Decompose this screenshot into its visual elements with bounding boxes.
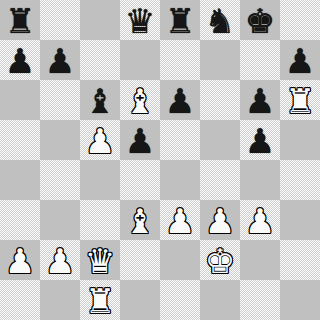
piece-white-bishop[interactable]: ♝ bbox=[120, 200, 160, 240]
square-e1[interactable] bbox=[160, 280, 200, 320]
piece-white-bishop[interactable]: ♝ bbox=[120, 80, 160, 120]
square-c8[interactable] bbox=[80, 0, 120, 40]
square-e5[interactable] bbox=[160, 120, 200, 160]
square-g6[interactable]: ♟ bbox=[240, 80, 280, 120]
square-h4[interactable] bbox=[280, 160, 320, 200]
piece-white-king[interactable]: ♚ bbox=[200, 240, 240, 280]
piece-black-pawn[interactable]: ♟ bbox=[40, 40, 80, 80]
square-f4[interactable] bbox=[200, 160, 240, 200]
square-b7[interactable]: ♟ bbox=[40, 40, 80, 80]
piece-white-pawn[interactable]: ♟ bbox=[200, 200, 240, 240]
square-d7[interactable] bbox=[120, 40, 160, 80]
square-a4[interactable] bbox=[0, 160, 40, 200]
square-e2[interactable] bbox=[160, 240, 200, 280]
square-c5[interactable]: ♟ bbox=[80, 120, 120, 160]
square-b8[interactable] bbox=[40, 0, 80, 40]
square-e4[interactable] bbox=[160, 160, 200, 200]
square-f6[interactable] bbox=[200, 80, 240, 120]
piece-black-pawn[interactable]: ♟ bbox=[240, 80, 280, 120]
square-g8[interactable]: ♚ bbox=[240, 0, 280, 40]
square-f8[interactable]: ♞ bbox=[200, 0, 240, 40]
square-b5[interactable] bbox=[40, 120, 80, 160]
square-f5[interactable] bbox=[200, 120, 240, 160]
square-a2[interactable]: ♟ bbox=[0, 240, 40, 280]
square-a1[interactable] bbox=[0, 280, 40, 320]
square-b6[interactable] bbox=[40, 80, 80, 120]
square-f1[interactable] bbox=[200, 280, 240, 320]
piece-black-pawn[interactable]: ♟ bbox=[120, 120, 160, 160]
piece-black-pawn[interactable]: ♟ bbox=[160, 80, 200, 120]
square-a3[interactable] bbox=[0, 200, 40, 240]
square-e3[interactable]: ♟ bbox=[160, 200, 200, 240]
square-f3[interactable]: ♟ bbox=[200, 200, 240, 240]
square-c6[interactable]: ♝ bbox=[80, 80, 120, 120]
square-c1[interactable]: ♜ bbox=[80, 280, 120, 320]
piece-white-pawn[interactable]: ♟ bbox=[80, 120, 120, 160]
piece-white-queen[interactable]: ♛ bbox=[80, 240, 120, 280]
square-h7[interactable]: ♟ bbox=[280, 40, 320, 80]
piece-black-rook[interactable]: ♜ bbox=[160, 0, 200, 40]
square-b3[interactable] bbox=[40, 200, 80, 240]
square-d3[interactable]: ♝ bbox=[120, 200, 160, 240]
chess-board: ♜♛♜♞♚♟♟♟♝♝♟♟♜♟♟♟♝♟♟♟♟♟♛♚♜ bbox=[0, 0, 320, 320]
square-e6[interactable]: ♟ bbox=[160, 80, 200, 120]
square-b4[interactable] bbox=[40, 160, 80, 200]
square-a6[interactable] bbox=[0, 80, 40, 120]
piece-white-pawn[interactable]: ♟ bbox=[0, 240, 40, 280]
piece-white-pawn[interactable]: ♟ bbox=[240, 200, 280, 240]
square-g4[interactable] bbox=[240, 160, 280, 200]
square-g7[interactable] bbox=[240, 40, 280, 80]
piece-black-pawn[interactable]: ♟ bbox=[280, 40, 320, 80]
square-a7[interactable]: ♟ bbox=[0, 40, 40, 80]
square-g1[interactable] bbox=[240, 280, 280, 320]
piece-white-pawn[interactable]: ♟ bbox=[160, 200, 200, 240]
square-f7[interactable] bbox=[200, 40, 240, 80]
piece-white-rook[interactable]: ♜ bbox=[280, 80, 320, 120]
square-d1[interactable] bbox=[120, 280, 160, 320]
square-d4[interactable] bbox=[120, 160, 160, 200]
square-g5[interactable]: ♟ bbox=[240, 120, 280, 160]
square-d6[interactable]: ♝ bbox=[120, 80, 160, 120]
square-a5[interactable] bbox=[0, 120, 40, 160]
piece-black-king[interactable]: ♚ bbox=[240, 0, 280, 40]
square-h1[interactable] bbox=[280, 280, 320, 320]
square-h3[interactable] bbox=[280, 200, 320, 240]
square-e8[interactable]: ♜ bbox=[160, 0, 200, 40]
square-e7[interactable] bbox=[160, 40, 200, 80]
square-c7[interactable] bbox=[80, 40, 120, 80]
piece-black-bishop[interactable]: ♝ bbox=[80, 80, 120, 120]
square-c3[interactable] bbox=[80, 200, 120, 240]
square-c4[interactable] bbox=[80, 160, 120, 200]
square-d2[interactable] bbox=[120, 240, 160, 280]
square-c2[interactable]: ♛ bbox=[80, 240, 120, 280]
piece-black-rook[interactable]: ♜ bbox=[0, 0, 40, 40]
square-h2[interactable] bbox=[280, 240, 320, 280]
square-h6[interactable]: ♜ bbox=[280, 80, 320, 120]
square-h8[interactable] bbox=[280, 0, 320, 40]
square-b1[interactable] bbox=[40, 280, 80, 320]
piece-black-pawn[interactable]: ♟ bbox=[240, 120, 280, 160]
piece-white-pawn[interactable]: ♟ bbox=[40, 240, 80, 280]
piece-black-pawn[interactable]: ♟ bbox=[0, 40, 40, 80]
square-h5[interactable] bbox=[280, 120, 320, 160]
square-d8[interactable]: ♛ bbox=[120, 0, 160, 40]
piece-black-knight[interactable]: ♞ bbox=[200, 0, 240, 40]
square-g3[interactable]: ♟ bbox=[240, 200, 280, 240]
piece-black-queen[interactable]: ♛ bbox=[120, 0, 160, 40]
square-g2[interactable] bbox=[240, 240, 280, 280]
square-d5[interactable]: ♟ bbox=[120, 120, 160, 160]
square-b2[interactable]: ♟ bbox=[40, 240, 80, 280]
square-a8[interactable]: ♜ bbox=[0, 0, 40, 40]
square-f2[interactable]: ♚ bbox=[200, 240, 240, 280]
piece-white-rook[interactable]: ♜ bbox=[80, 280, 120, 320]
